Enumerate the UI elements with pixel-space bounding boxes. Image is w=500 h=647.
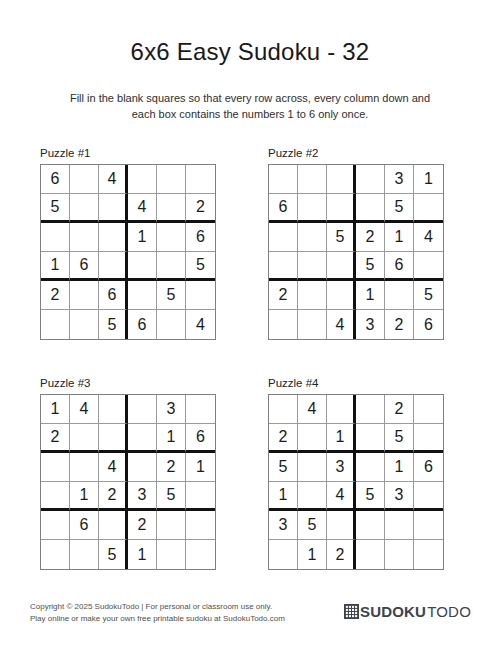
cell-r4c5: 3 <box>385 482 414 511</box>
puzzle-2: Puzzle #2 31655214562154326 <box>268 147 448 340</box>
puzzle-1-label: Puzzle #1 <box>40 147 220 159</box>
cell-r2c3 <box>327 194 356 223</box>
cell-r4c1 <box>41 482 70 511</box>
cell-r1c1 <box>269 395 298 424</box>
cell-r6c5 <box>157 310 186 339</box>
cell-r6c2 <box>70 540 99 569</box>
cell-r4c2: 1 <box>70 482 99 511</box>
cell-r4c4: 5 <box>356 252 385 281</box>
cell-r1c5: 2 <box>385 395 414 424</box>
cell-r2c5 <box>157 194 186 223</box>
cell-r2c1: 2 <box>269 424 298 453</box>
cell-r6c4: 1 <box>128 540 157 569</box>
cell-r4c1: 1 <box>41 252 70 281</box>
sudoku-grid-2: 31655214562154326 <box>268 164 444 340</box>
cell-r4c2 <box>298 252 327 281</box>
cell-r6c6 <box>414 540 443 569</box>
cell-r4c3 <box>327 252 356 281</box>
cell-r2c1: 6 <box>269 194 298 223</box>
cell-r2c3 <box>99 194 128 223</box>
footer-line-1: Copyright © 2025 SudokuTodo | For person… <box>30 601 285 613</box>
cell-r2c4: 4 <box>128 194 157 223</box>
sudoku-grid-4: 42215531614533512 <box>268 394 444 570</box>
cell-r2c2 <box>70 194 99 223</box>
cell-r5c1: 3 <box>269 511 298 540</box>
cell-r5c5 <box>385 511 414 540</box>
cell-r6c1 <box>269 540 298 569</box>
cell-r1c2 <box>70 165 99 194</box>
cell-r2c3: 1 <box>327 424 356 453</box>
cell-r3c3: 5 <box>327 223 356 252</box>
cell-r1c3 <box>327 165 356 194</box>
cell-r6c2: 1 <box>298 540 327 569</box>
cell-r3c1 <box>269 223 298 252</box>
cell-r3c2 <box>298 223 327 252</box>
footer-line-2: Play online or make your own free printa… <box>30 613 285 625</box>
cell-r5c5 <box>157 511 186 540</box>
cell-r5c4: 1 <box>356 281 385 310</box>
cell-r3c5 <box>157 223 186 252</box>
cell-r5c3: 6 <box>99 281 128 310</box>
cell-r1c6 <box>414 395 443 424</box>
cell-r5c2 <box>70 281 99 310</box>
cell-r5c2 <box>298 281 327 310</box>
cell-r5c6 <box>186 281 215 310</box>
cell-r6c6: 4 <box>186 310 215 339</box>
page-title: 6x6 Easy Sudoku - 32 <box>0 38 500 66</box>
cell-r3c6: 6 <box>414 453 443 482</box>
cell-r6c3: 5 <box>99 310 128 339</box>
logo-text-sudoku: SUDOKU <box>360 603 426 620</box>
cell-r5c1 <box>41 511 70 540</box>
cell-r6c5 <box>385 540 414 569</box>
cell-r1c5 <box>157 165 186 194</box>
cell-r4c5: 6 <box>385 252 414 281</box>
cell-r2c4 <box>356 424 385 453</box>
cell-r6c2 <box>298 310 327 339</box>
puzzle-3: Puzzle #3 14321642112356251 <box>40 377 220 570</box>
cell-r3c6: 4 <box>414 223 443 252</box>
cell-r3c4 <box>128 453 157 482</box>
cell-r6c4 <box>356 540 385 569</box>
cell-r3c4: 2 <box>356 223 385 252</box>
cell-r4c4: 3 <box>128 482 157 511</box>
cell-r1c1: 1 <box>41 395 70 424</box>
cell-r1c2: 4 <box>298 395 327 424</box>
cell-r5c2: 6 <box>70 511 99 540</box>
sudoku-grid-1: 6454216165265564 <box>40 164 216 340</box>
cell-r2c1: 2 <box>41 424 70 453</box>
cell-r3c2 <box>70 223 99 252</box>
cell-r4c4 <box>128 252 157 281</box>
cell-r3c4: 1 <box>128 223 157 252</box>
cell-r5c4 <box>128 281 157 310</box>
cell-r4c5: 5 <box>157 482 186 511</box>
logo-text-todo: TODO <box>427 603 471 620</box>
cell-r6c4: 3 <box>356 310 385 339</box>
cell-r4c1: 1 <box>269 482 298 511</box>
puzzle-4-label: Puzzle #4 <box>268 377 448 389</box>
cell-r5c1: 2 <box>41 281 70 310</box>
cell-r2c6: 6 <box>186 424 215 453</box>
cell-r5c3 <box>327 281 356 310</box>
cell-r5c5 <box>385 281 414 310</box>
cell-r2c3 <box>99 424 128 453</box>
puzzle-1: Puzzle #1 6454216165265564 <box>40 147 220 340</box>
cell-r5c1: 2 <box>269 281 298 310</box>
instructions-line-1: Fill in the blank squares so that every … <box>0 91 500 107</box>
cell-r3c2 <box>70 453 99 482</box>
cell-r4c2: 6 <box>70 252 99 281</box>
cell-r6c2 <box>70 310 99 339</box>
cell-r2c6 <box>414 194 443 223</box>
cell-r2c4 <box>356 194 385 223</box>
cell-r1c3 <box>99 395 128 424</box>
cell-r6c5: 2 <box>385 310 414 339</box>
cell-r6c5 <box>157 540 186 569</box>
cell-r2c2 <box>298 194 327 223</box>
cell-r5c4 <box>356 511 385 540</box>
instructions-line-2: each box contains the numbers 1 to 6 onl… <box>0 107 500 123</box>
puzzle-4: Puzzle #4 42215531614533512 <box>268 377 448 570</box>
cell-r3c3 <box>99 223 128 252</box>
sudokutodo-logo: SUDOKUTODO <box>344 603 471 620</box>
cell-r4c6 <box>414 252 443 281</box>
cell-r2c1: 5 <box>41 194 70 223</box>
cell-r1c6 <box>186 395 215 424</box>
cell-r5c3 <box>99 511 128 540</box>
cell-r5c2: 5 <box>298 511 327 540</box>
cell-r5c5: 5 <box>157 281 186 310</box>
puzzle-3-label: Puzzle #3 <box>40 377 220 389</box>
cell-r6c6: 6 <box>414 310 443 339</box>
cell-r4c6 <box>186 482 215 511</box>
cell-r2c5: 1 <box>157 424 186 453</box>
cell-r1c5: 3 <box>385 165 414 194</box>
cell-r6c3: 4 <box>327 310 356 339</box>
cell-r2c6 <box>414 424 443 453</box>
cell-r6c1 <box>41 310 70 339</box>
cell-r5c6: 5 <box>414 281 443 310</box>
cell-r3c5: 1 <box>385 223 414 252</box>
cell-r2c2 <box>298 424 327 453</box>
cell-r3c5: 2 <box>157 453 186 482</box>
cell-r1c4 <box>356 165 385 194</box>
cell-r1c4 <box>128 165 157 194</box>
sudoku-grid-3: 14321642112356251 <box>40 394 216 570</box>
cell-r6c3: 5 <box>99 540 128 569</box>
cell-r4c3: 4 <box>327 482 356 511</box>
cell-r6c6 <box>186 540 215 569</box>
cell-r3c3: 4 <box>99 453 128 482</box>
cell-r2c2 <box>70 424 99 453</box>
cell-r4c6: 5 <box>186 252 215 281</box>
cell-r1c2: 4 <box>70 395 99 424</box>
cell-r3c1 <box>41 453 70 482</box>
cell-r4c3: 2 <box>99 482 128 511</box>
cell-r2c5: 5 <box>385 194 414 223</box>
cell-r6c1 <box>269 310 298 339</box>
cell-r1c4 <box>356 395 385 424</box>
cell-r4c1 <box>269 252 298 281</box>
cell-r3c2 <box>298 453 327 482</box>
cell-r3c1: 5 <box>269 453 298 482</box>
cell-r3c3: 3 <box>327 453 356 482</box>
cell-r4c5 <box>157 252 186 281</box>
cell-r1c5: 3 <box>157 395 186 424</box>
cell-r1c2 <box>298 165 327 194</box>
cell-r5c6 <box>186 511 215 540</box>
cell-r4c4: 5 <box>356 482 385 511</box>
cell-r5c6 <box>414 511 443 540</box>
cell-r6c3: 2 <box>327 540 356 569</box>
cell-r3c6: 1 <box>186 453 215 482</box>
puzzle-2-label: Puzzle #2 <box>268 147 448 159</box>
cell-r1c4 <box>128 395 157 424</box>
cell-r1c1 <box>269 165 298 194</box>
cell-r4c6 <box>414 482 443 511</box>
cell-r4c3 <box>99 252 128 281</box>
cell-r3c1 <box>41 223 70 252</box>
cell-r2c4 <box>128 424 157 453</box>
cell-r2c5: 5 <box>385 424 414 453</box>
cell-r1c3: 4 <box>99 165 128 194</box>
cell-r3c5: 1 <box>385 453 414 482</box>
cell-r1c3 <box>327 395 356 424</box>
cell-r6c4: 6 <box>128 310 157 339</box>
footer-copyright: Copyright © 2025 SudokuTodo | For person… <box>30 601 285 626</box>
instructions: Fill in the blank squares so that every … <box>0 91 500 123</box>
cell-r3c6: 6 <box>186 223 215 252</box>
cell-r4c2 <box>298 482 327 511</box>
sudoku-grid-icon <box>344 604 359 619</box>
cell-r5c4: 2 <box>128 511 157 540</box>
cell-r5c3 <box>327 511 356 540</box>
cell-r6c1 <box>41 540 70 569</box>
cell-r2c6: 2 <box>186 194 215 223</box>
cell-r1c6: 1 <box>414 165 443 194</box>
cell-r1c1: 6 <box>41 165 70 194</box>
cell-r3c4 <box>356 453 385 482</box>
cell-r1c6 <box>186 165 215 194</box>
